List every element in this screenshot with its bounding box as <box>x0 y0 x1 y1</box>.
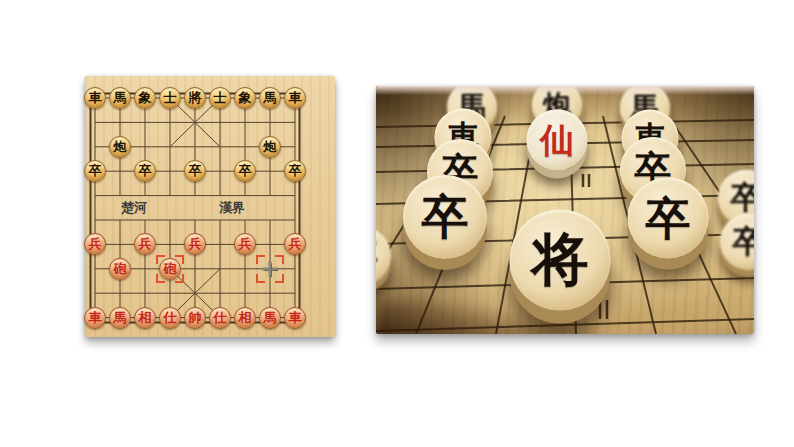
board-piece-red[interactable]: 馬 <box>259 307 281 329</box>
xiangqi-photo: 馬炮馬車仙車卒卒卒卒将卒卒卒 <box>376 86 754 334</box>
board-piece-red[interactable]: 車 <box>284 307 306 329</box>
bracket-corner <box>175 274 184 283</box>
bracket-corner <box>275 274 284 283</box>
bracket-corner <box>156 255 165 264</box>
photo-background-strip <box>376 86 754 95</box>
board-piece-black[interactable]: 象 <box>134 87 156 109</box>
board-piece-red[interactable]: 帥 <box>184 307 206 329</box>
board-piece-red[interactable]: 相 <box>134 307 156 329</box>
river-char: 漢界 <box>219 199 245 217</box>
board-piece-red[interactable]: 砲 <box>109 258 131 280</box>
photo-piece-black: 将 <box>510 210 611 311</box>
board-piece-black[interactable]: 士 <box>209 87 231 109</box>
photo-piece-black: 卒 <box>403 175 487 259</box>
photo-piece-black: 卒 <box>628 178 709 259</box>
board-piece-black[interactable]: 象 <box>234 87 256 109</box>
board-piece-black[interactable]: 炮 <box>109 136 131 158</box>
board-piece-black[interactable]: 車 <box>284 87 306 109</box>
bracket-corner <box>156 274 165 283</box>
board-piece-red[interactable]: 仕 <box>209 307 231 329</box>
selected-square-marker <box>156 255 184 283</box>
river-char: 楚河 <box>121 199 147 217</box>
bracket-corner <box>275 255 284 264</box>
board-piece-red[interactable]: 仕 <box>159 307 181 329</box>
board-piece-black[interactable]: 馬 <box>259 87 281 109</box>
river-label-han: 漢界 <box>219 199 271 217</box>
photo-piece-red: 仙 <box>527 110 588 171</box>
bracket-corner <box>256 274 265 283</box>
bracket-corner <box>175 255 184 264</box>
board-piece-black[interactable]: 士 <box>159 87 181 109</box>
bracket-corner <box>256 255 265 264</box>
board-piece-red[interactable]: 車 <box>84 307 106 329</box>
board-piece-black[interactable]: 將 <box>184 87 206 109</box>
board-piece-red[interactable]: 馬 <box>109 307 131 329</box>
xiangqi-diagram: 楚河 漢界 車馬象士將士象馬車炮炮卒卒卒卒卒兵兵兵兵兵砲砲車馬相仕帥仕相馬車 <box>85 76 335 337</box>
board-piece-red[interactable]: 相 <box>234 307 256 329</box>
board-piece-black[interactable]: 車 <box>84 87 106 109</box>
board-piece-black[interactable]: 馬 <box>109 87 131 109</box>
board-piece-black[interactable]: 炮 <box>259 136 281 158</box>
move-origin-marker <box>256 255 284 283</box>
page: 楚河 漢界 車馬象士將士象馬車炮炮卒卒卒卒卒兵兵兵兵兵砲砲車馬相仕帥仕相馬車 <box>0 0 794 447</box>
river-label-chu: 楚河 <box>121 199 173 217</box>
